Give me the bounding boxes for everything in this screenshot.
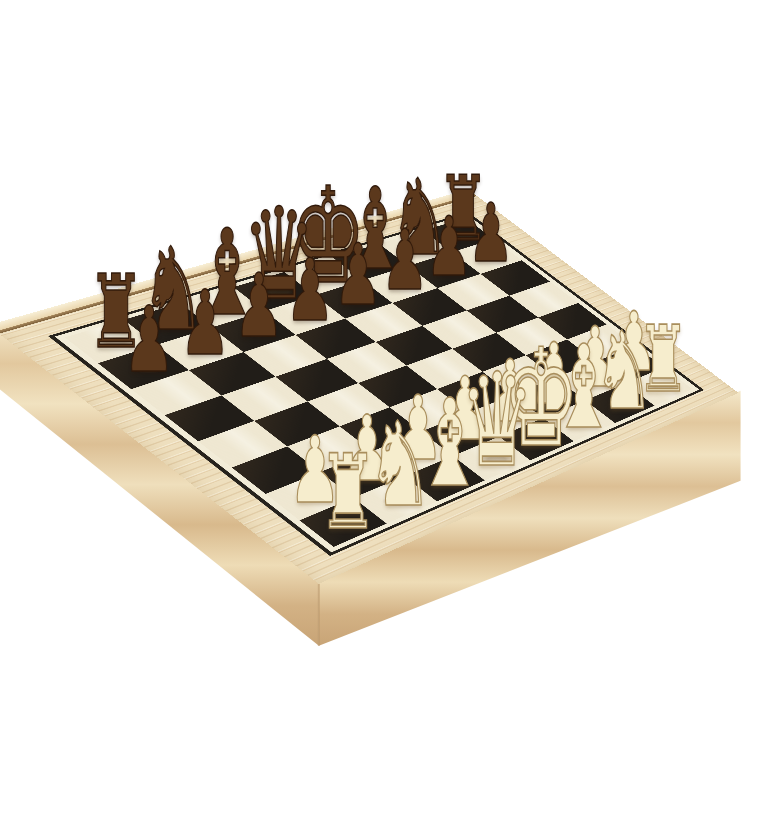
piece-black-pawn-d7[interactable]: ♟ [285,248,334,334]
piece-black-pawn-f7[interactable]: ♟ [381,219,429,302]
piece-black-pawn-b7[interactable]: ♟ [179,279,230,368]
piece-black-pawn-h7[interactable]: ♟ [468,193,514,274]
piece-black-pawn-a7[interactable]: ♟ [123,296,175,387]
piece-white-rook-a1[interactable]: ♜ [319,441,378,545]
pieces-layer: ♜♞♟♝♟♚♟♛♟♝♟♞♟♜♟♟♟♟♜♟♞♟♝♟♚♟♛♟♝♟♞♜ [0,0,771,814]
piece-black-pawn-e7[interactable]: ♟ [334,233,383,318]
product-photo-scene: ♜♞♟♝♟♚♟♛♟♝♟♞♟♜♟♟♟♟♜♟♞♟♝♟♚♟♛♟♝♟♞♜ [0,0,771,814]
piece-black-pawn-g7[interactable]: ♟ [425,206,472,288]
piece-black-pawn-c7[interactable]: ♟ [233,263,283,351]
